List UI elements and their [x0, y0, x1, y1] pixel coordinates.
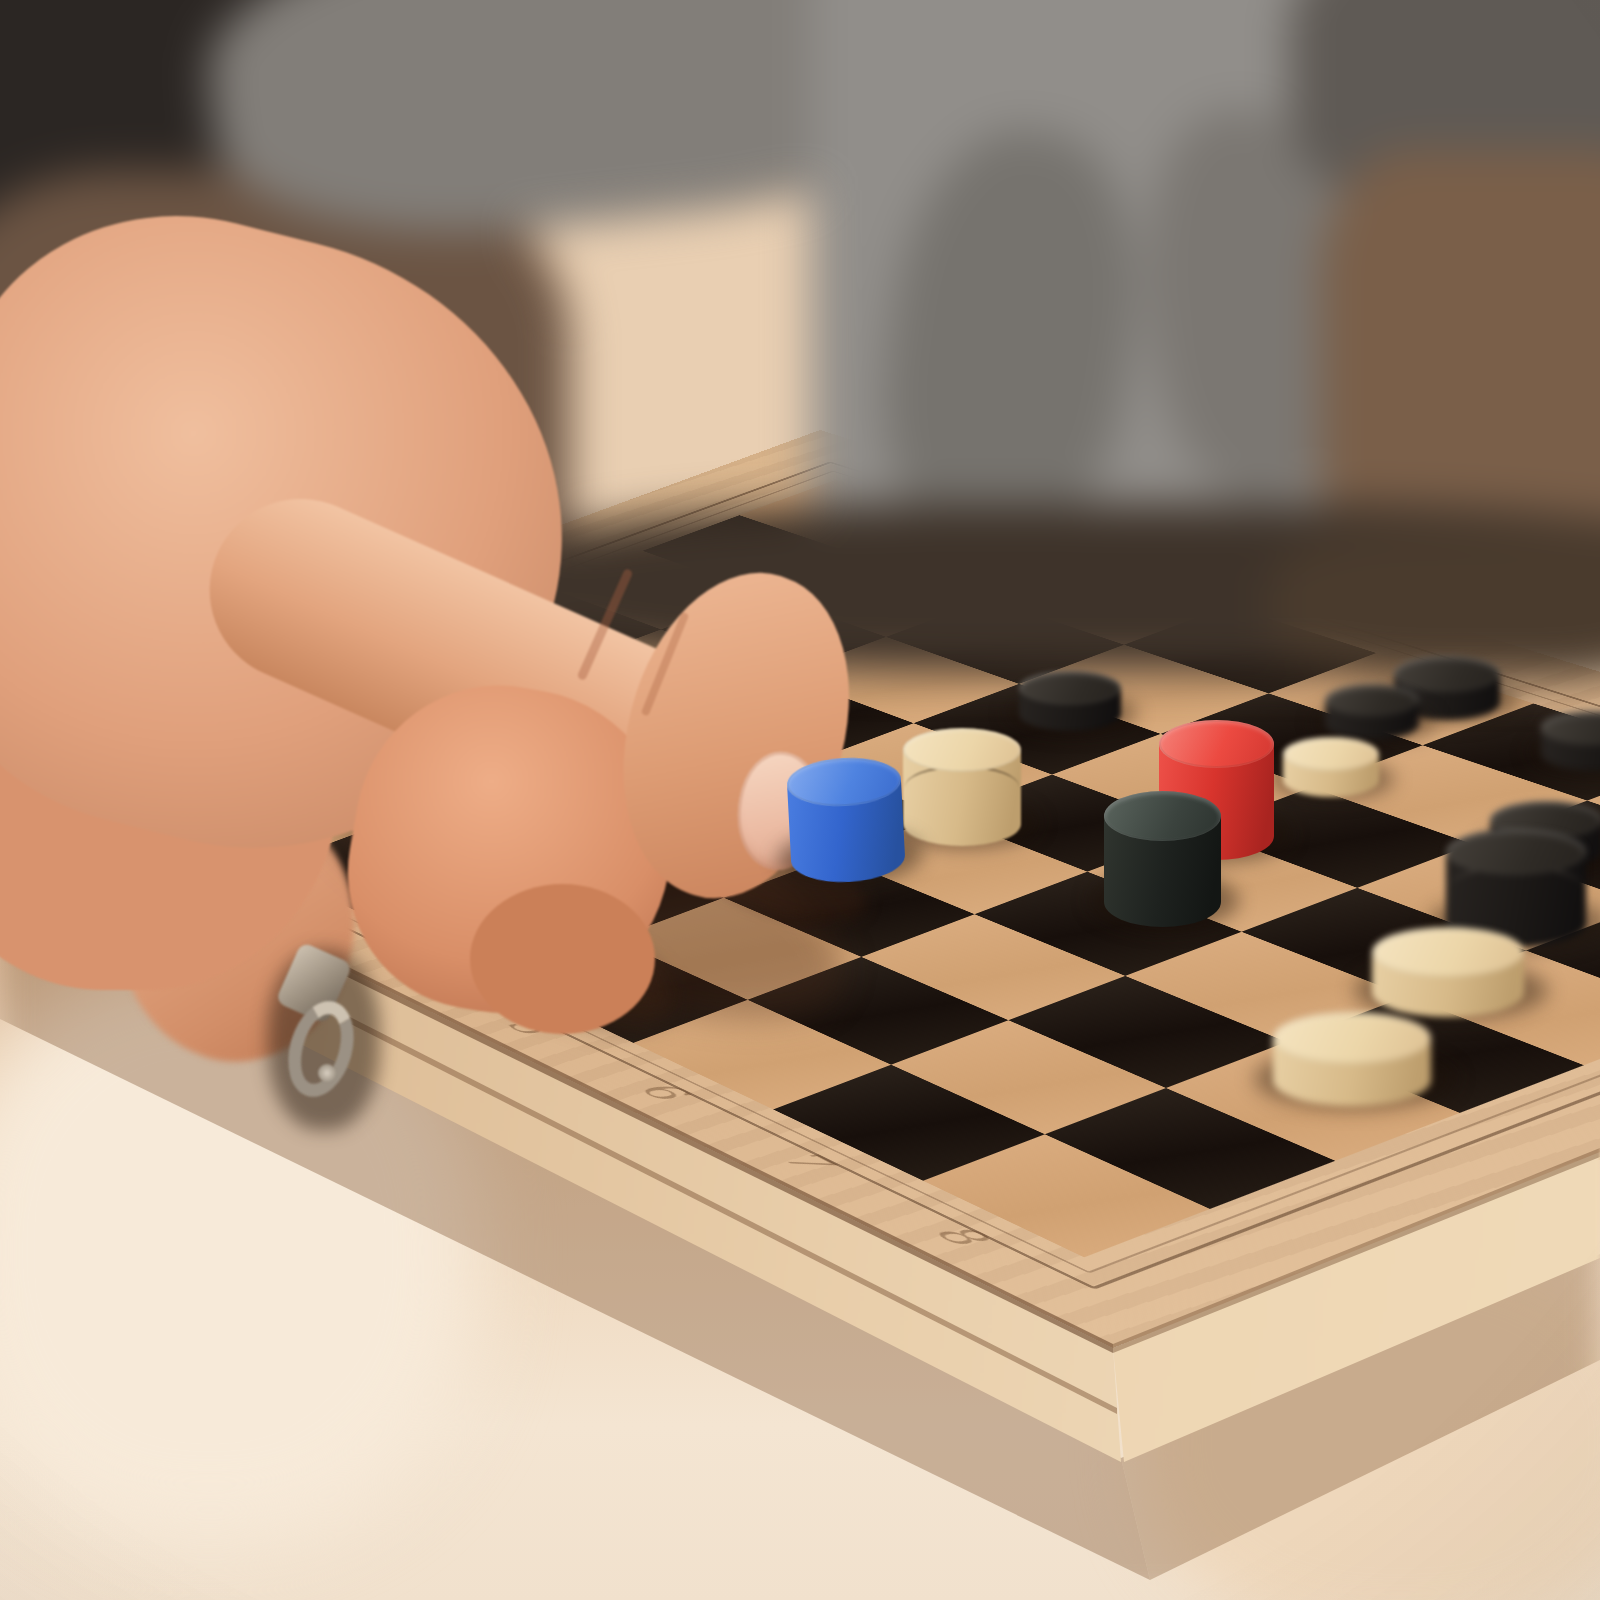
photo-scene: 12345678 [0, 0, 1600, 1600]
ring-finger-hint [470, 884, 655, 1034]
piece-blue-pawn-held-d4[interactable] [786, 755, 906, 885]
